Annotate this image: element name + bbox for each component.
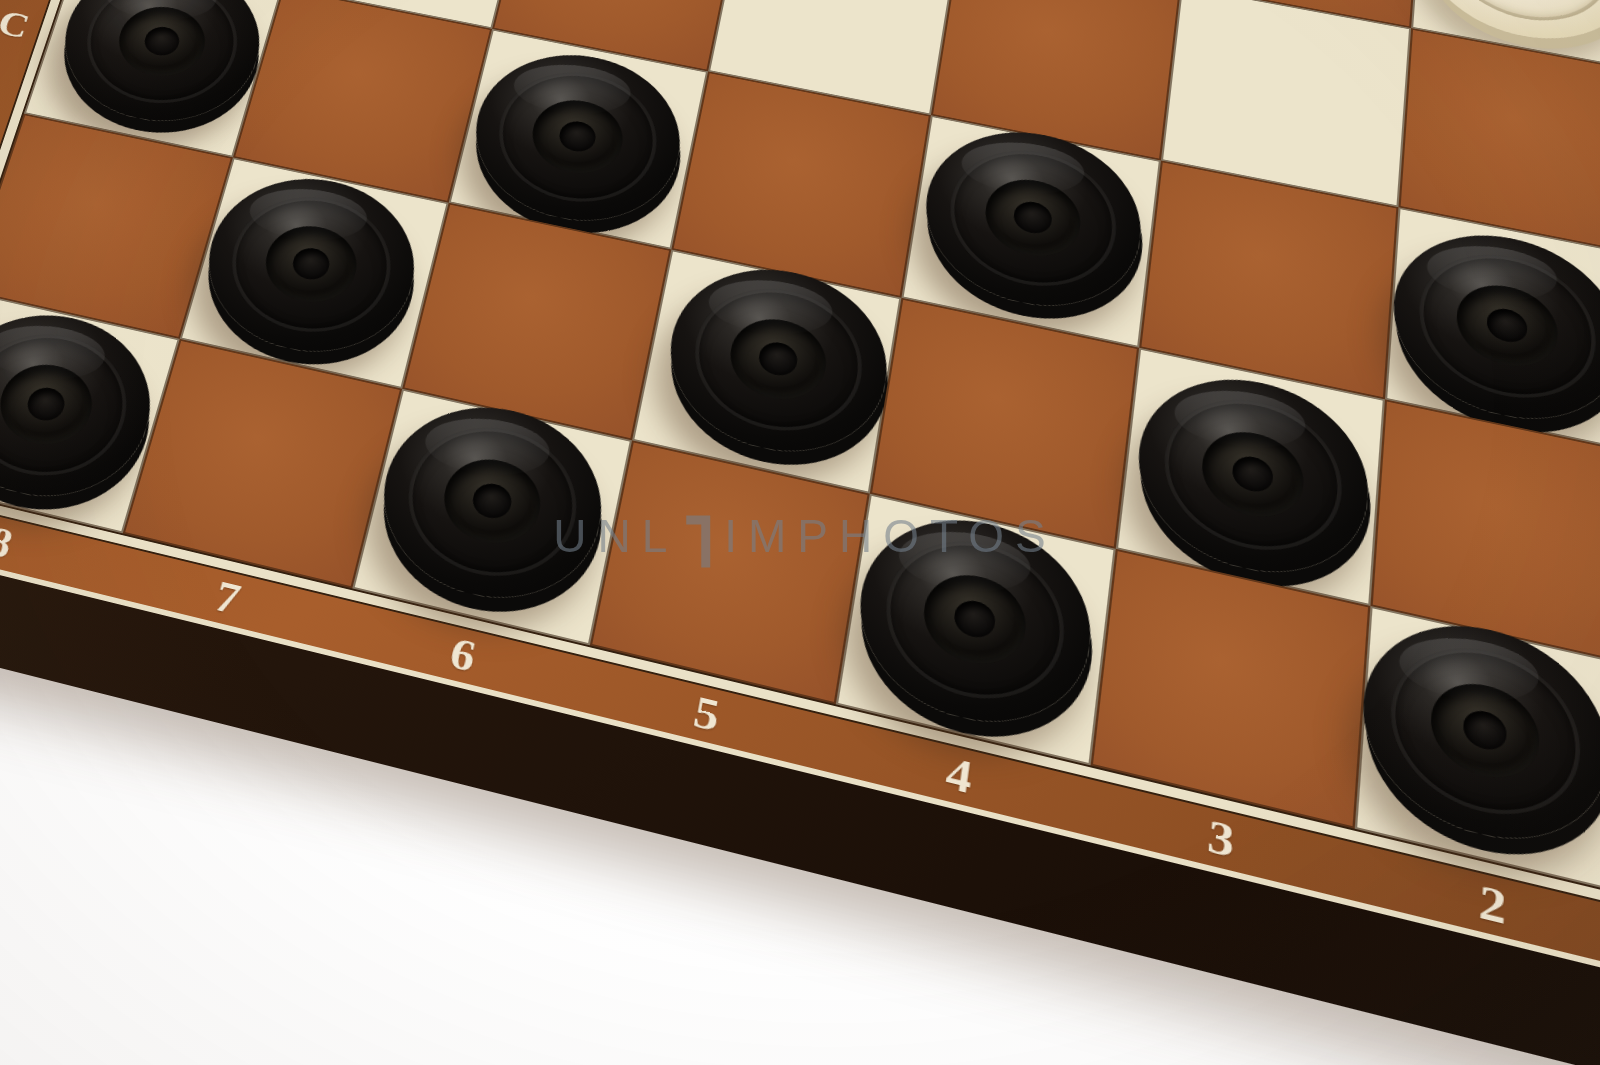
board-pinstripe: 87654321ABCDEFGH [0, 0, 1600, 1065]
black-man-8C[interactable] [44, 0, 279, 138]
piece-ring1 [1441, 0, 1600, 34]
file-label-4: 4 [943, 747, 976, 805]
file-label-8: 8 [0, 517, 18, 569]
file-label-6: 6 [445, 628, 480, 683]
checkers-board: 87654321ABCDEFGH [0, 0, 1600, 1065]
board-outer-edge: 87654321ABCDEFGH [0, 0, 1600, 1065]
photo-stage: 87654321ABCDEFGH UNLIMPHOTOS [0, 0, 1600, 1065]
board-inner-margin [0, 0, 1600, 982]
rank-label-C: C [0, 2, 35, 46]
square-2A[interactable] [1355, 606, 1600, 894]
file-label-2: 2 [1478, 874, 1508, 935]
black-man-6C[interactable] [459, 38, 695, 239]
black-man-7B[interactable] [188, 161, 432, 371]
file-label-5: 5 [690, 686, 724, 742]
file-label-3: 3 [1205, 809, 1236, 869]
board-grid [0, 0, 1600, 965]
file-label-7: 7 [210, 571, 246, 624]
board-border-strip: 87654321ABCDEFGH [0, 0, 1600, 1060]
